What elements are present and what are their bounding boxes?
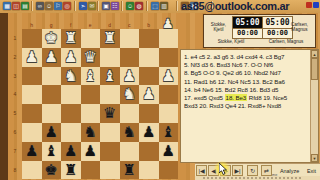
maximize-icon[interactable] [313, 2, 319, 8]
rank-label-2: 2 [9, 54, 21, 60]
move-list[interactable]: 1. e4 c5 2. a3 g6 3. d4 cxd4 4. c3 Bg75.… [184, 53, 310, 110]
last-move-button[interactable]: ▶| [232, 165, 243, 176]
black-player-name: Carlsen, Magnus [286, 22, 313, 32]
white-rook-piece[interactable]: ♜ [100, 29, 120, 48]
white-player-name: Stokke, Kjetil [205, 22, 232, 32]
square-a2[interactable] [159, 48, 179, 67]
black-player-label: Carlsen, Magnus [259, 39, 313, 44]
move-line-5[interactable]: 14. b4 Ne6 15. Bd2 Rc8 16. Bd3 d5 [184, 86, 310, 94]
buddies-icon[interactable]: ☺ [126, 2, 134, 10]
move-line-1[interactable]: 1. e4 c5 2. a3 g6 3. d4 cxd4 4. c3 Bg7 [184, 53, 310, 61]
black-queen-piece[interactable]: ♛ [100, 104, 120, 123]
white-delay-clock: 00:00 [232, 28, 263, 39]
toolbar-separator [146, 1, 148, 11]
black-pawn-piece[interactable]: ♟ [61, 142, 81, 161]
square-b5[interactable] [139, 104, 159, 123]
toolbar-separator [97, 1, 99, 11]
square-f3[interactable]: ♞ [61, 67, 81, 86]
swap-button[interactable]: ⇄ [261, 165, 272, 176]
infinity-icon[interactable]: ∞ [36, 2, 44, 10]
file-label-f: f [61, 22, 81, 28]
player-icon[interactable]: ☺ [45, 2, 53, 10]
camera-icon[interactable]: ▣ [102, 2, 110, 10]
white-bishop-piece[interactable]: ♝ [81, 67, 101, 86]
clock-panel: Stokke, Kjetil 05:00 05:00 00:00 00:00 C… [203, 14, 316, 48]
square-f5[interactable] [61, 104, 81, 123]
square-g6[interactable]: ♟ [42, 123, 62, 142]
square-f7[interactable]: ♟ [61, 142, 81, 161]
square-a4[interactable] [159, 85, 179, 104]
square-e3[interactable]: ♝ [81, 67, 101, 86]
square-c7[interactable] [120, 142, 140, 161]
white-pawn-piece[interactable]: ♟ [120, 67, 140, 86]
black-knight-piece[interactable]: ♞ [120, 123, 140, 142]
square-e8[interactable] [81, 161, 101, 180]
square-h5[interactable] [22, 104, 42, 123]
chat-icon[interactable]: ☷ [111, 2, 119, 10]
record-icon[interactable]: ◍ [135, 2, 143, 10]
move-line-7[interactable]: Bxd3 20. Rxd3 Qe4 21. Rxd8+ Nxd8 [184, 102, 310, 110]
square-g1[interactable]: ♚ [42, 29, 62, 48]
notation-pane: 1. e4 c5 2. a3 g6 3. d4 cxd4 4. c3 Bg75.… [180, 49, 319, 163]
square-a3[interactable]: ♟ [159, 67, 179, 86]
black-pawn-piece[interactable]: ♟ [22, 142, 42, 161]
square-g5[interactable] [42, 104, 62, 123]
layout-icon[interactable]: ◫ [12, 2, 20, 10]
white-knight-piece[interactable]: ♞ [61, 67, 81, 86]
square-f8[interactable]: ♜ [61, 161, 81, 180]
black-king-piece[interactable]: ♚ [42, 161, 62, 180]
square-b2[interactable] [139, 48, 159, 67]
file-label-e: e [81, 22, 101, 28]
white-king-piece[interactable]: ♚ [42, 29, 62, 48]
square-e7[interactable]: ♟ [81, 142, 101, 161]
board-icon[interactable]: ▦ [3, 2, 11, 10]
account-watermark: as85@outlook.com.ar [181, 0, 289, 12]
rank-label-3: 3 [9, 73, 21, 79]
close-icon[interactable] [306, 2, 312, 8]
square-d2[interactable] [100, 48, 120, 67]
rank-label-4: 4 [9, 91, 21, 97]
black-pawn-piece[interactable]: ♟ [159, 142, 179, 161]
square-g3[interactable] [42, 67, 62, 86]
black-bishop-piece[interactable]: ♝ [42, 142, 62, 161]
white-pawn-icon: ♟ [162, 15, 174, 34]
move-line-4[interactable]: 11. Rad1 b6 12. Nc4 Nc5 13. Bc2 Ba6 [184, 78, 310, 86]
first-move-button[interactable]: |◀ [196, 165, 207, 176]
status-text [203, 177, 303, 179]
white-player-label: Stokke, Kjetil [204, 39, 258, 44]
app-window: ▦◫▤∞☺⚐◎➣✉▣☷☺◍⬚▥☺▦ as85@outlook.com.ar ♟ … [0, 0, 320, 180]
white-rook-piece[interactable]: ♜ [61, 29, 81, 48]
analyze-button[interactable]: Analyze [280, 168, 299, 174]
scrollbar-thumb[interactable] [311, 58, 318, 80]
white-pawn-piece[interactable]: ♟ [22, 48, 42, 67]
square-e1[interactable] [81, 29, 101, 48]
square-d8[interactable] [100, 161, 120, 180]
square-d6[interactable] [100, 123, 120, 142]
square-e2[interactable]: ♛ [81, 48, 101, 67]
square-h4[interactable] [22, 85, 42, 104]
square-d7[interactable] [100, 142, 120, 161]
square-d3[interactable]: ♝ [100, 67, 120, 86]
square-c6[interactable]: ♞ [120, 123, 140, 142]
white-queen-piece[interactable]: ♛ [81, 48, 101, 67]
square-c2[interactable] [120, 48, 140, 67]
black-knight-piece[interactable]: ♞ [81, 123, 101, 142]
square-d4[interactable] [100, 85, 120, 104]
square-a5[interactable] [159, 104, 179, 123]
move-line-6[interactable]: 17. exd5 Qxd5 18. Be3 Rfd8 19. Nce5 [184, 94, 310, 102]
exit-button[interactable]: Exit [307, 168, 316, 174]
replay-button[interactable]: ↻ [247, 165, 258, 176]
square-e4[interactable] [81, 85, 101, 104]
square-c3[interactable]: ♟ [120, 67, 140, 86]
black-pawn-piece[interactable]: ♟ [42, 123, 62, 142]
flag-icon[interactable]: ⚐ [54, 2, 62, 10]
window-left-edge [0, 13, 8, 180]
square-h6[interactable] [22, 123, 42, 142]
square-g7[interactable]: ♝ [42, 142, 62, 161]
black-rook-piece[interactable]: ♜ [120, 161, 140, 180]
file-label-d: d [100, 22, 120, 28]
white-pawn-piece[interactable]: ♟ [159, 67, 179, 86]
toolbar-separator [74, 1, 76, 11]
toolbar-separator [31, 1, 33, 11]
current-move-highlight[interactable]: 18. Be3 [225, 94, 248, 101]
scroll-down-icon[interactable]: ▼ [311, 154, 318, 162]
square-b7[interactable] [139, 142, 159, 161]
square-a7[interactable]: ♟ [159, 142, 179, 161]
square-f1[interactable]: ♜ [61, 29, 81, 48]
square-d1[interactable]: ♜ [100, 29, 120, 48]
black-pawn-piece[interactable]: ♟ [81, 142, 101, 161]
rank-label-6: 6 [9, 129, 21, 135]
square-c1[interactable] [120, 29, 140, 48]
mail-icon[interactable]: ✉ [88, 2, 96, 10]
white-pawn-piece[interactable]: ♟ [42, 48, 62, 67]
list-icon[interactable]: ▥ [160, 2, 168, 10]
square-h3[interactable] [22, 67, 42, 86]
black-rook-piece[interactable]: ♜ [61, 161, 81, 180]
status-strip [195, 176, 320, 180]
white-pawn-piece[interactable]: ♟ [61, 48, 81, 67]
move-line-2[interactable]: 5. Nf3 d3 6. Bxd3 Nc6 7. O-O Nf6 [184, 61, 310, 69]
toolbar-separator [121, 1, 123, 11]
file-label-h: h [22, 22, 42, 28]
square-f6[interactable] [61, 123, 81, 142]
move-line-3[interactable]: 8. Bg5 O-O 9. Qe2 d6 10. Nbd2 Nd7 [184, 69, 310, 77]
square-a8[interactable] [159, 161, 179, 180]
square-h1[interactable] [22, 29, 42, 48]
white-pawn-piece[interactable]: ♟ [139, 85, 159, 104]
white-knight-piece[interactable]: ♞ [120, 85, 140, 104]
black-bishop-piece[interactable]: ♝ [159, 123, 179, 142]
notation-scrollbar[interactable]: ▲ ▼ [310, 50, 318, 162]
seek-icon[interactable]: ⬚ [151, 2, 159, 10]
rank-label-7: 7 [9, 148, 21, 154]
white-bishop-piece[interactable]: ♝ [100, 67, 120, 86]
square-g4[interactable] [42, 85, 62, 104]
toolbar-separator [176, 1, 178, 11]
square-b4[interactable]: ♟ [139, 85, 159, 104]
square-g2[interactable]: ♟ [42, 48, 62, 67]
square-c4[interactable]: ♞ [120, 85, 140, 104]
target-icon[interactable]: ◎ [63, 2, 71, 10]
square-h2[interactable]: ♟ [22, 48, 42, 67]
square-h8[interactable] [22, 161, 42, 180]
square-f4[interactable] [61, 85, 81, 104]
square-f2[interactable]: ♟ [61, 48, 81, 67]
square-h7[interactable]: ♟ [22, 142, 42, 161]
square-c5[interactable] [120, 104, 140, 123]
square-e6[interactable]: ♞ [81, 123, 101, 142]
square-e5[interactable] [81, 104, 101, 123]
square-b8[interactable] [139, 161, 159, 180]
square-b1[interactable] [139, 29, 159, 48]
mouse-cursor [219, 163, 228, 175]
screen-icon[interactable]: ▤ [21, 2, 29, 10]
square-b6[interactable]: ♟ [139, 123, 159, 142]
rank-label-1: 1 [9, 35, 21, 41]
rank-label-8: 8 [9, 167, 21, 173]
file-label-g: g [42, 22, 62, 28]
scroll-up-icon[interactable]: ▲ [311, 50, 318, 58]
square-g8[interactable]: ♚ [42, 161, 62, 180]
file-label-b: b [139, 22, 159, 28]
file-label-c: c [120, 22, 140, 28]
rank-label-5: 5 [9, 110, 21, 116]
square-b3[interactable] [139, 67, 159, 86]
square-d5[interactable]: ♛ [100, 104, 120, 123]
black-pawn-piece[interactable]: ♟ [139, 123, 159, 142]
square-a6[interactable]: ♝ [159, 123, 179, 142]
arrow-icon[interactable]: ➣ [79, 2, 87, 10]
square-c8[interactable]: ♜ [120, 161, 140, 180]
